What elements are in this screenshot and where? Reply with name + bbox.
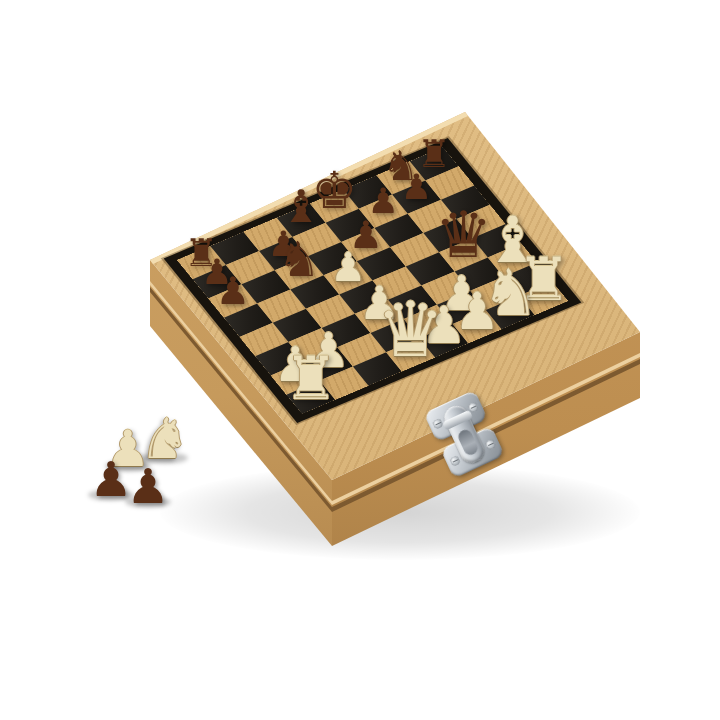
screw-icon bbox=[485, 439, 497, 451]
loose-piece-shadow bbox=[142, 453, 188, 464]
screw-icon bbox=[432, 418, 444, 430]
loose-piece-light-knight: ♞ bbox=[140, 411, 190, 467]
loose-piece-light-pawn: ♟ bbox=[106, 424, 151, 474]
loose-piece-shadow bbox=[88, 490, 134, 501]
loose-piece-dark-pawn: ♟ bbox=[89, 455, 132, 503]
screw-icon bbox=[449, 455, 461, 467]
loose-piece-shadow bbox=[105, 461, 151, 472]
product-photo-chess-set: ♜♝♚♞♜♟♟♟♟♟♞♟♛♟♟♝♟♟♟♜♛♟♟♞♜♟♞♟♟ bbox=[0, 0, 720, 720]
